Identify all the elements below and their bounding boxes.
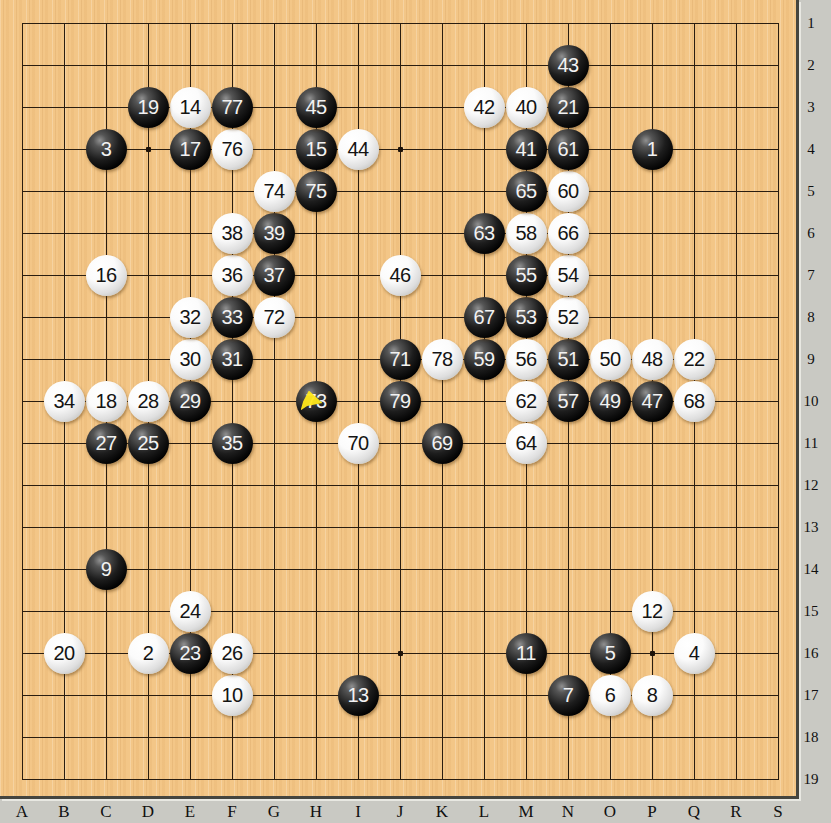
stone-W-F4[interactable]: 76: [212, 129, 253, 170]
stone-W-G5[interactable]: 74: [254, 171, 295, 212]
stone-B-L8[interactable]: 67: [464, 297, 505, 338]
stone-B-K11[interactable]: 69: [422, 423, 463, 464]
row-label-11: 11: [799, 434, 823, 452]
stone-B-L6[interactable]: 63: [464, 213, 505, 254]
move-number: 9: [101, 559, 112, 579]
star-point: [146, 147, 151, 152]
move-number: 62: [515, 391, 536, 411]
col-label-B: B: [53, 803, 75, 821]
move-number: 67: [473, 307, 494, 327]
move-number: 77: [221, 97, 242, 117]
stone-B-G6[interactable]: 39: [254, 213, 295, 254]
move-number: 11: [516, 643, 536, 663]
move-number: 58: [515, 223, 536, 243]
grid-line-vertical: [736, 23, 737, 780]
col-label-F: F: [221, 803, 243, 821]
stone-B-F8[interactable]: 33: [212, 297, 253, 338]
star-point: [398, 147, 403, 152]
stone-W-J7[interactable]: 46: [380, 255, 421, 296]
move-number: 27: [95, 433, 116, 453]
move-number: 76: [221, 139, 242, 159]
row-label-9: 9: [799, 350, 823, 368]
col-label-D: D: [137, 803, 159, 821]
grid-line-horizontal: [22, 779, 779, 780]
stone-B-N4[interactable]: 61: [548, 129, 589, 170]
stone-B-N9[interactable]: 51: [548, 339, 589, 380]
grid-line-horizontal: [22, 737, 779, 738]
move-number: 72: [263, 307, 284, 327]
stone-W-F7[interactable]: 36: [212, 255, 253, 296]
go-diagram-window: 1234567891011121314151617181920212223242…: [0, 0, 831, 823]
row-label-5: 5: [799, 182, 823, 200]
stone-W-E8[interactable]: 32: [170, 297, 211, 338]
go-board[interactable]: 1234567891011121314151617181920212223242…: [0, 0, 799, 799]
stone-B-M7[interactable]: 55: [506, 255, 547, 296]
move-number: 79: [389, 391, 410, 411]
stone-W-Q9[interactable]: 22: [674, 339, 715, 380]
row-label-2: 2: [799, 56, 823, 74]
move-number: 43: [557, 55, 578, 75]
grid-line-horizontal: [22, 527, 779, 528]
stone-W-Q16[interactable]: 4: [674, 633, 715, 674]
col-label-R: R: [725, 803, 747, 821]
stone-W-M10[interactable]: 62: [506, 381, 547, 422]
grid-line-horizontal: [22, 569, 779, 570]
move-number: 71: [389, 349, 410, 369]
row-label-14: 14: [799, 560, 823, 578]
row-label-7: 7: [799, 266, 823, 284]
move-number: 19: [137, 97, 158, 117]
stone-B-O10[interactable]: 49: [590, 381, 631, 422]
move-number: 24: [179, 601, 200, 621]
move-number: 37: [263, 265, 284, 285]
row-label-16: 16: [799, 644, 823, 662]
move-number: 56: [515, 349, 536, 369]
stone-W-F16[interactable]: 26: [212, 633, 253, 674]
move-number: 48: [641, 349, 662, 369]
move-number: 74: [263, 181, 284, 201]
stone-B-D11[interactable]: 25: [128, 423, 169, 464]
row-label-15: 15: [799, 602, 823, 620]
move-number: 33: [221, 307, 242, 327]
col-label-K: K: [431, 803, 453, 821]
stone-W-G8[interactable]: 72: [254, 297, 295, 338]
move-number: 20: [53, 643, 74, 663]
move-number: 38: [221, 223, 242, 243]
stone-W-M9[interactable]: 56: [506, 339, 547, 380]
stone-W-B16[interactable]: 20: [44, 633, 85, 674]
move-number: 26: [221, 643, 242, 663]
move-number: 34: [53, 391, 74, 411]
move-number: 17: [179, 139, 200, 159]
move-number: 8: [647, 685, 658, 705]
stone-W-P17[interactable]: 8: [632, 675, 673, 716]
stone-W-N6[interactable]: 66: [548, 213, 589, 254]
move-number: 78: [431, 349, 452, 369]
stone-W-O9[interactable]: 50: [590, 339, 631, 380]
col-label-M: M: [515, 803, 537, 821]
move-number: 18: [95, 391, 116, 411]
row-label-13: 13: [799, 518, 823, 536]
row-label-18: 18: [799, 728, 823, 746]
stone-W-E9[interactable]: 30: [170, 339, 211, 380]
move-number: 15: [305, 139, 326, 159]
stone-W-C10[interactable]: 18: [86, 381, 127, 422]
move-number: 49: [599, 391, 620, 411]
move-number: 54: [557, 265, 578, 285]
move-number: 64: [515, 433, 536, 453]
col-label-N: N: [557, 803, 579, 821]
col-label-J: J: [389, 803, 411, 821]
stone-B-P4[interactable]: 1: [632, 129, 673, 170]
grid-line-vertical: [484, 23, 485, 780]
col-label-S: S: [767, 803, 789, 821]
stone-B-E16[interactable]: 23: [170, 633, 211, 674]
stone-W-I11[interactable]: 70: [338, 423, 379, 464]
move-number: 16: [95, 265, 116, 285]
stone-W-F17[interactable]: 10: [212, 675, 253, 716]
row-label-8: 8: [799, 308, 823, 326]
stone-B-M16[interactable]: 11: [506, 633, 547, 674]
stone-W-N8[interactable]: 52: [548, 297, 589, 338]
stone-B-C14[interactable]: 9: [86, 549, 127, 590]
stone-B-M5[interactable]: 65: [506, 171, 547, 212]
move-number: 21: [557, 97, 578, 117]
move-number: 66: [557, 223, 578, 243]
move-number: 35: [221, 433, 242, 453]
row-label-19: 19: [799, 770, 823, 788]
stone-B-H3[interactable]: 45: [296, 87, 337, 128]
move-number: 42: [473, 97, 494, 117]
move-number: 23: [179, 643, 200, 663]
stone-W-O17[interactable]: 6: [590, 675, 631, 716]
stone-B-O16[interactable]: 5: [590, 633, 631, 674]
move-number: 3: [101, 139, 112, 159]
stone-B-H10[interactable]: 73: [296, 381, 337, 422]
move-number: 70: [347, 433, 368, 453]
move-number: 45: [305, 97, 326, 117]
col-label-I: I: [347, 803, 369, 821]
move-number: 32: [179, 307, 200, 327]
stone-W-E3[interactable]: 14: [170, 87, 211, 128]
col-label-Q: Q: [683, 803, 705, 821]
move-number: 61: [557, 139, 578, 159]
col-label-E: E: [179, 803, 201, 821]
move-number: 55: [515, 265, 536, 285]
stone-W-B10[interactable]: 34: [44, 381, 85, 422]
row-label-4: 4: [799, 140, 823, 158]
stone-B-P10[interactable]: 47: [632, 381, 673, 422]
move-number: 75: [305, 181, 326, 201]
move-number: 29: [179, 391, 200, 411]
stone-W-F6[interactable]: 38: [212, 213, 253, 254]
move-number: 59: [473, 349, 494, 369]
stone-W-I4[interactable]: 44: [338, 129, 379, 170]
stone-B-E10[interactable]: 29: [170, 381, 211, 422]
stone-W-P15[interactable]: 12: [632, 591, 673, 632]
stone-W-P9[interactable]: 48: [632, 339, 673, 380]
stone-B-G7[interactable]: 37: [254, 255, 295, 296]
move-number: 52: [557, 307, 578, 327]
row-label-6: 6: [799, 224, 823, 242]
move-number: 40: [515, 97, 536, 117]
stone-B-F3[interactable]: 77: [212, 87, 253, 128]
col-label-L: L: [473, 803, 495, 821]
stone-W-L3[interactable]: 42: [464, 87, 505, 128]
move-number: 22: [683, 349, 704, 369]
move-number: 47: [641, 391, 662, 411]
move-number: 51: [557, 349, 578, 369]
move-number: 5: [605, 643, 616, 663]
stone-W-M11[interactable]: 64: [506, 423, 547, 464]
stone-B-L9[interactable]: 59: [464, 339, 505, 380]
stone-B-N17[interactable]: 7: [548, 675, 589, 716]
stone-B-J9[interactable]: 71: [380, 339, 421, 380]
stone-W-C7[interactable]: 16: [86, 255, 127, 296]
move-number: 28: [137, 391, 158, 411]
stone-B-J10[interactable]: 79: [380, 381, 421, 422]
stone-B-C4[interactable]: 3: [86, 129, 127, 170]
stone-B-E4[interactable]: 17: [170, 129, 211, 170]
stone-W-M3[interactable]: 40: [506, 87, 547, 128]
move-number: 36: [221, 265, 242, 285]
col-label-O: O: [599, 803, 621, 821]
col-label-G: G: [263, 803, 285, 821]
stone-B-M4[interactable]: 41: [506, 129, 547, 170]
move-number: 53: [515, 307, 536, 327]
star-point: [650, 651, 655, 656]
stone-B-F11[interactable]: 35: [212, 423, 253, 464]
move-number: 14: [179, 97, 200, 117]
move-number: 10: [221, 685, 242, 705]
col-label-P: P: [641, 803, 663, 821]
move-number: 68: [683, 391, 704, 411]
stone-W-D10[interactable]: 28: [128, 381, 169, 422]
stone-W-N7[interactable]: 54: [548, 255, 589, 296]
col-label-C: C: [95, 803, 117, 821]
col-label-H: H: [305, 803, 327, 821]
move-number: 60: [557, 181, 578, 201]
move-number: 6: [605, 685, 616, 705]
move-number: 4: [689, 643, 700, 663]
move-number: 57: [557, 391, 578, 411]
move-number: 50: [599, 349, 620, 369]
stone-W-D16[interactable]: 2: [128, 633, 169, 674]
move-number: 31: [221, 349, 242, 369]
move-number: 44: [347, 139, 368, 159]
move-number: 41: [515, 139, 536, 159]
stone-W-E15[interactable]: 24: [170, 591, 211, 632]
stone-W-M6[interactable]: 58: [506, 213, 547, 254]
star-point: [398, 651, 403, 656]
row-label-1: 1: [799, 14, 823, 32]
move-number: 7: [563, 685, 574, 705]
stone-B-N10[interactable]: 57: [548, 381, 589, 422]
move-number: 39: [263, 223, 284, 243]
stone-B-H4[interactable]: 15: [296, 129, 337, 170]
stone-W-K9[interactable]: 78: [422, 339, 463, 380]
move-number: 69: [431, 433, 452, 453]
move-number: 25: [137, 433, 158, 453]
move-number: 65: [515, 181, 536, 201]
grid-line-vertical: [778, 23, 779, 780]
stone-W-N5[interactable]: 60: [548, 171, 589, 212]
stone-B-N2[interactable]: 43: [548, 45, 589, 86]
move-number: 12: [641, 601, 662, 621]
grid-line-horizontal: [22, 485, 779, 486]
move-number: 30: [179, 349, 200, 369]
row-label-10: 10: [799, 392, 823, 410]
move-number: 63: [473, 223, 494, 243]
row-label-12: 12: [799, 476, 823, 494]
stone-B-I17[interactable]: 13: [338, 675, 379, 716]
stone-B-N3[interactable]: 21: [548, 87, 589, 128]
grid-line-vertical: [442, 23, 443, 780]
move-number: 2: [143, 643, 154, 663]
move-number: 46: [389, 265, 410, 285]
col-label-A: A: [11, 803, 33, 821]
stone-B-M8[interactable]: 53: [506, 297, 547, 338]
row-label-17: 17: [799, 686, 823, 704]
stone-B-C11[interactable]: 27: [86, 423, 127, 464]
stone-W-Q10[interactable]: 68: [674, 381, 715, 422]
move-number: 1: [647, 139, 658, 159]
row-label-3: 3: [799, 98, 823, 116]
stone-B-F9[interactable]: 31: [212, 339, 253, 380]
stone-B-D3[interactable]: 19: [128, 87, 169, 128]
stone-B-H5[interactable]: 75: [296, 171, 337, 212]
move-number: 13: [347, 685, 368, 705]
